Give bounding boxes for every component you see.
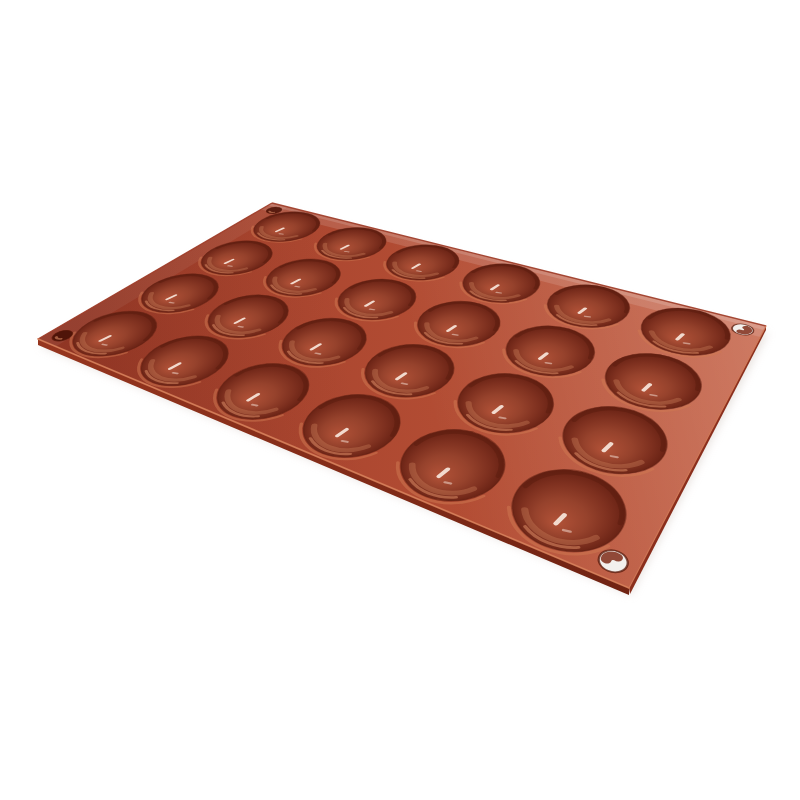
product-photo (0, 0, 800, 800)
silicone-mold-image (0, 0, 800, 800)
